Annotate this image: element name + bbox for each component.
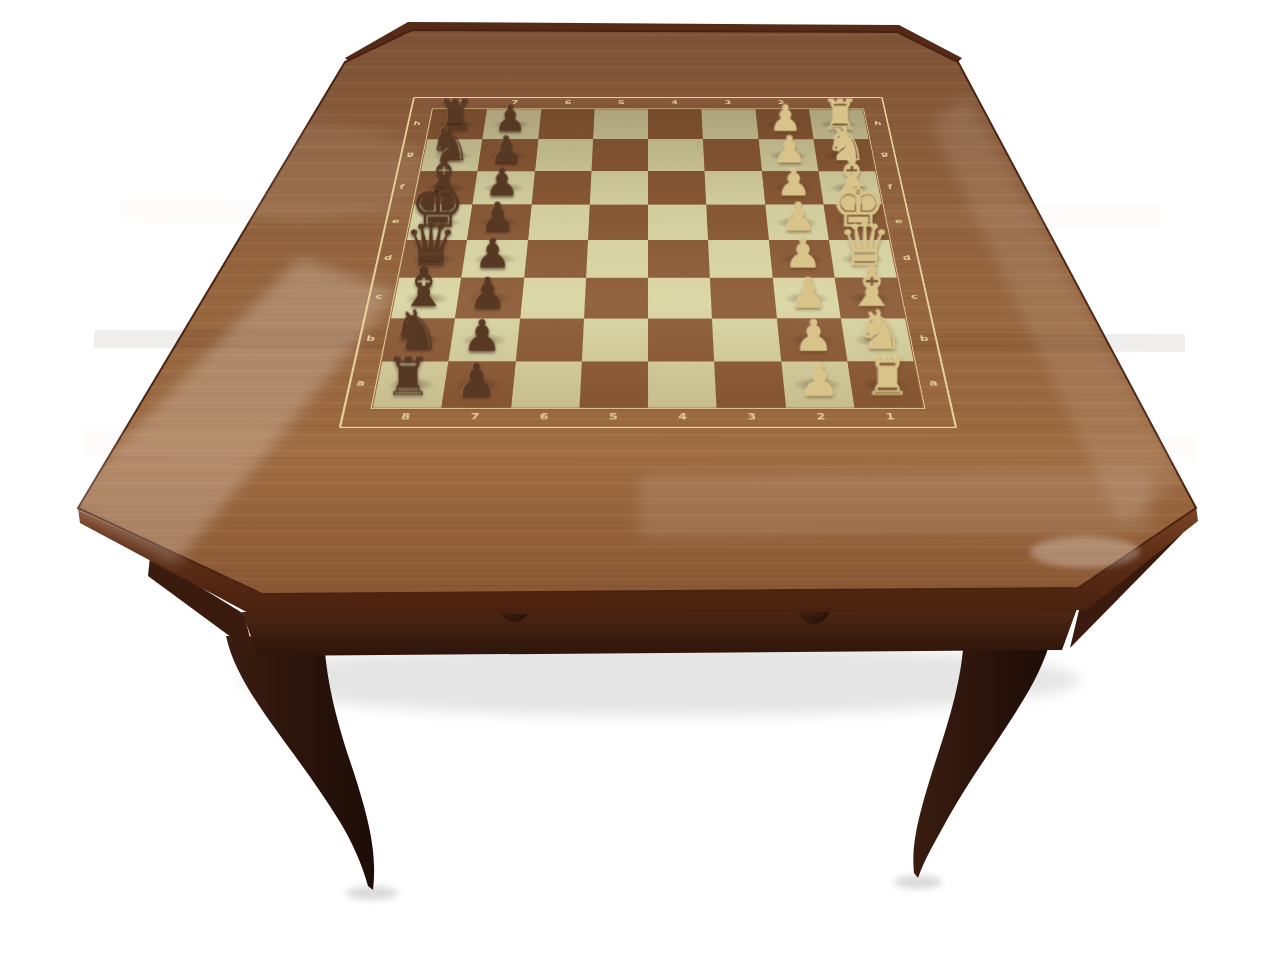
square-a6[interactable] [510, 361, 581, 407]
square-b4[interactable] [648, 318, 714, 361]
square-f4[interactable] [648, 171, 706, 205]
coord-label-6: 6 [539, 411, 549, 421]
square-a8[interactable]: ♜ [373, 361, 449, 407]
coord-label-h: h [413, 120, 421, 126]
piece-white-rook[interactable]: ♜ [864, 350, 911, 402]
glare-spot [1030, 536, 1140, 568]
piece-black-pawn[interactable]: ♟ [469, 272, 507, 314]
square-c4[interactable] [648, 278, 712, 318]
coord-label-5: 5 [618, 99, 625, 105]
square-h3[interactable] [702, 109, 759, 139]
coord-label-6: 6 [564, 99, 571, 105]
coord-label-3: 3 [724, 99, 731, 105]
square-g3[interactable] [703, 139, 761, 171]
coord-label-4: 4 [671, 99, 678, 105]
square-c6[interactable] [520, 278, 586, 318]
product-photo: ♜♟♟♜♞♟♟♞♝♟♟♝♚♟♟♚♛♟♟♛♝♟♟♝♞♟♟♞♜♟♟♜ 8877665… [0, 0, 1280, 957]
square-e6[interactable] [528, 204, 590, 240]
coord-label-5: 5 [609, 411, 618, 421]
square-g5[interactable] [591, 139, 648, 171]
square-c5[interactable] [584, 278, 648, 318]
square-b6[interactable] [515, 318, 584, 361]
square-f6[interactable] [531, 171, 591, 205]
square-b5[interactable] [582, 318, 648, 361]
square-d5[interactable] [586, 240, 648, 278]
coord-label-1: 1 [885, 411, 896, 421]
chessboard-scene: ♜♟♟♜♞♟♟♞♝♟♟♝♚♟♟♚♛♟♟♛♝♟♟♝♞♟♟♞♜♟♟♜ 8877665… [381, 0, 915, 507]
square-h5[interactable] [593, 109, 648, 139]
chessboard: ♜♟♟♜♞♟♟♞♝♟♟♝♚♟♟♚♛♟♟♛♝♟♟♝♞♟♟♞♜♟♟♜ 8877665… [339, 97, 958, 428]
coord-label-2: 2 [816, 411, 826, 421]
square-a1[interactable]: ♜ [847, 361, 923, 407]
board-squares: ♜♟♟♜♞♟♟♞♝♟♟♝♚♟♟♚♛♟♟♛♝♟♟♝♞♟♟♞♜♟♟♜ [373, 109, 923, 407]
coord-label-7: 7 [470, 411, 480, 421]
square-d4[interactable] [648, 240, 710, 278]
coord-label-4: 4 [678, 411, 687, 421]
coord-label-8: 8 [400, 411, 411, 421]
piece-black-rook[interactable]: ♜ [385, 350, 432, 402]
piece-black-pawn[interactable]: ♟ [456, 357, 497, 402]
coord-label-e: e [894, 217, 903, 225]
square-a7[interactable]: ♟ [442, 361, 515, 407]
square-c3[interactable] [710, 278, 776, 318]
square-f5[interactable] [590, 171, 648, 205]
square-a2[interactable]: ♟ [781, 361, 854, 407]
square-h6[interactable] [538, 109, 595, 139]
square-f3[interactable] [705, 171, 765, 205]
square-h4[interactable] [648, 109, 703, 139]
piece-white-pawn[interactable]: ♟ [799, 357, 840, 402]
square-a5[interactable] [579, 361, 648, 407]
square-e3[interactable] [706, 204, 768, 240]
square-e5[interactable] [588, 204, 648, 240]
coord-label-3: 3 [747, 411, 757, 421]
square-a4[interactable] [648, 361, 717, 407]
square-d6[interactable] [524, 240, 588, 278]
coord-label-h: h [874, 120, 882, 126]
square-a3[interactable] [714, 361, 785, 407]
square-d3[interactable] [708, 240, 772, 278]
square-g4[interactable] [648, 139, 705, 171]
piece-black-pawn[interactable]: ♟ [463, 313, 502, 357]
square-e4[interactable] [648, 204, 708, 240]
piece-white-pawn[interactable]: ♟ [789, 272, 827, 314]
piece-white-pawn[interactable]: ♟ [794, 313, 833, 357]
square-g6[interactable] [535, 139, 593, 171]
square-b3[interactable] [712, 318, 781, 361]
